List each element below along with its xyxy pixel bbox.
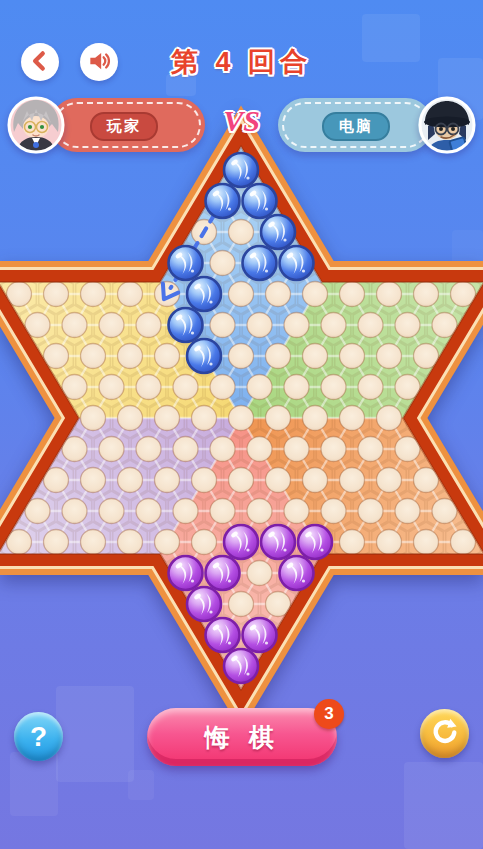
board-hole[interactable] [118,282,143,307]
board-hole[interactable] [229,344,254,369]
board-hole[interactable] [266,468,291,493]
board-hole[interactable] [266,282,291,307]
board-hole[interactable] [155,344,180,369]
board-hole[interactable] [284,375,309,400]
marble-purple[interactable] [169,556,203,590]
board-hole[interactable] [247,313,272,338]
board-hole[interactable] [229,406,254,431]
marble-purple[interactable] [280,556,314,590]
board-hole[interactable] [155,406,180,431]
board-hole[interactable] [44,530,69,555]
computer-label: 电脑 [322,112,390,141]
board-hole[interactable] [173,499,198,524]
board-hole[interactable] [229,592,254,617]
board-hole[interactable] [62,499,87,524]
board-hole[interactable] [340,406,365,431]
marble-purple[interactable] [187,587,221,621]
board-hole[interactable] [340,344,365,369]
board-hole[interactable] [210,251,235,276]
marble-purple[interactable] [206,618,240,652]
undo-count-badge: 3 [314,699,344,729]
board-hole[interactable] [192,406,217,431]
vs-label: VS [210,104,273,138]
marble-purple[interactable] [224,525,258,559]
computer-banner: 电脑 [278,98,433,152]
board-hole[interactable] [173,437,198,462]
board-hole[interactable] [136,499,161,524]
board-hole[interactable] [303,468,328,493]
board-hole[interactable] [358,437,383,462]
board-hole[interactable] [81,406,106,431]
marble-blue[interactable] [224,153,258,187]
board-hole[interactable] [377,282,402,307]
board-hole[interactable] [99,437,124,462]
board-hole[interactable] [377,468,402,493]
board-hole[interactable] [99,499,124,524]
board-hole[interactable] [321,313,346,338]
game-screen: 第 4 回合 玩家 VS [0,0,483,849]
board-hole[interactable] [358,375,383,400]
board-hole[interactable] [44,282,69,307]
board-hole[interactable] [118,406,143,431]
board-hole[interactable] [303,344,328,369]
board-hole[interactable] [321,375,346,400]
board-hole[interactable] [229,282,254,307]
board-hole[interactable] [99,375,124,400]
board-hole[interactable] [210,499,235,524]
computer-avatar-image [418,96,476,154]
board-hole[interactable] [210,313,235,338]
marble-blue[interactable] [187,277,221,311]
board-hole[interactable] [284,437,309,462]
board-hole[interactable] [118,468,143,493]
board-hole[interactable] [358,313,383,338]
board-hole[interactable] [266,344,291,369]
marble-purple[interactable] [243,618,277,652]
board-hole[interactable] [136,437,161,462]
round-title: 第 4 回合 [0,44,483,80]
board-hole[interactable] [358,499,383,524]
help-button[interactable]: ? [14,712,63,761]
board-hole[interactable] [247,499,272,524]
board-hole[interactable] [266,406,291,431]
board-hole[interactable] [321,499,346,524]
board-hole[interactable] [284,313,309,338]
marble-purple[interactable] [298,525,332,559]
board-hole[interactable] [192,468,217,493]
undo-count: 3 [324,704,333,724]
board-hole[interactable] [155,468,180,493]
board-hole[interactable] [192,530,217,555]
board-hole[interactable] [81,282,106,307]
board-hole[interactable] [247,561,272,586]
board-hole[interactable] [210,375,235,400]
board-hole[interactable] [303,406,328,431]
marble-blue[interactable] [187,339,221,373]
board-hole[interactable] [303,282,328,307]
marble-purple[interactable] [261,525,295,559]
board-hole[interactable] [229,220,254,245]
marble-purple[interactable] [206,556,240,590]
question-icon: ? [30,721,47,753]
undo-label: 悔 棋 [205,723,280,751]
board-hole[interactable] [118,344,143,369]
marble-blue[interactable] [243,246,277,280]
board-hole[interactable] [247,437,272,462]
computer-avatar[interactable] [418,96,476,154]
board-hole[interactable] [377,344,402,369]
marble-blue[interactable] [206,184,240,218]
board-hole[interactable] [81,530,106,555]
board-hole[interactable] [136,313,161,338]
board-hole[interactable] [284,499,309,524]
player-avatar[interactable] [7,96,65,154]
board-hole[interactable] [99,313,124,338]
board-hole[interactable] [118,530,143,555]
board-hole[interactable] [229,468,254,493]
board-hole[interactable] [321,437,346,462]
board-hole[interactable] [377,530,402,555]
board-hole[interactable] [210,437,235,462]
player-avatar-image [7,96,65,154]
marble-purple[interactable] [224,649,258,683]
board-hole[interactable] [173,375,198,400]
board-hole[interactable] [62,313,87,338]
board-hole[interactable] [155,530,180,555]
board-hole[interactable] [395,499,420,524]
board-hole[interactable] [81,468,106,493]
board-hole[interactable] [414,530,439,555]
undo-button[interactable]: 悔 棋 [147,708,337,766]
refresh-icon [430,717,460,750]
restart-button[interactable] [420,709,469,758]
board-hole[interactable] [136,375,161,400]
board-hole[interactable] [377,406,402,431]
board-hole[interactable] [414,282,439,307]
marble-blue[interactable] [261,215,295,249]
board-hole[interactable] [81,344,106,369]
marble-blue[interactable] [169,246,203,280]
board-hole[interactable] [247,375,272,400]
marble-blue[interactable] [169,308,203,342]
board-hole[interactable] [340,282,365,307]
marble-blue[interactable] [243,184,277,218]
marble-blue[interactable] [280,246,314,280]
board-hole[interactable] [340,468,365,493]
board-hole[interactable] [395,313,420,338]
board-hole[interactable] [340,530,365,555]
player-label: 玩家 [90,112,158,141]
player-banner: 玩家 [50,98,205,152]
